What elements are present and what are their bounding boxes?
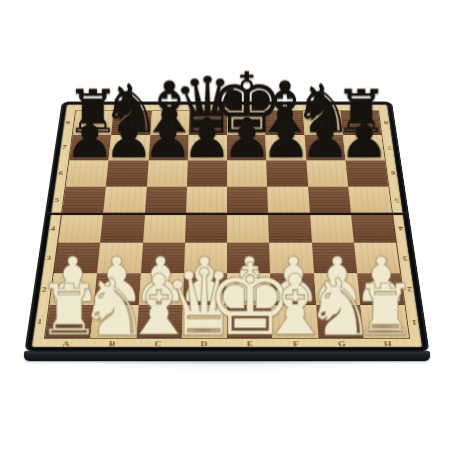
- square-h7[interactable]: ♟: [343, 135, 385, 160]
- file-label-top-h: H: [340, 104, 379, 110]
- square-a4[interactable]: [58, 214, 103, 243]
- square-b4[interactable]: [100, 214, 144, 243]
- square-g5[interactable]: [308, 187, 351, 214]
- file-label-top-a: A: [75, 104, 114, 110]
- square-c4[interactable]: [143, 214, 186, 243]
- square-h1[interactable]: ♜: [360, 305, 409, 338]
- file-label-top-d: D: [189, 104, 227, 110]
- file-label-top-e: E: [227, 104, 265, 110]
- square-f5[interactable]: [267, 187, 309, 214]
- square-f4[interactable]: [268, 214, 311, 243]
- square-d6[interactable]: [187, 160, 227, 186]
- square-e6[interactable]: [227, 160, 267, 186]
- square-h4[interactable]: [351, 214, 396, 243]
- square-c5[interactable]: [145, 187, 187, 214]
- square-a5[interactable]: [62, 187, 106, 214]
- board-scene: ♜♞♝♛♚♝♞♜♟♟♟♟♟♟♟♟♟♟♟♟♟♟♟♟♜♞♝♛♚♝♞♜ AA88BB7…: [45, 32, 409, 396]
- file-label-top-f: F: [265, 104, 303, 110]
- square-b5[interactable]: [103, 187, 146, 214]
- square-d7[interactable]: ♟: [188, 135, 227, 160]
- file-label-top-c: C: [151, 104, 189, 110]
- product-photo: ♜♞♝♛♚♝♞♜♟♟♟♟♟♟♟♟♟♟♟♟♟♟♟♟♜♞♝♛♚♝♞♜ AA88BB7…: [0, 0, 450, 450]
- square-h5[interactable]: [348, 187, 392, 214]
- square-e5[interactable]: [227, 187, 268, 214]
- square-d5[interactable]: [186, 187, 227, 214]
- chess-board: ♜♞♝♛♚♝♞♜♟♟♟♟♟♟♟♟♟♟♟♟♟♟♟♟♜♞♝♛♚♝♞♜ AA88BB7…: [24, 101, 430, 352]
- board-squares-grid: ♜♞♝♛♚♝♞♜♟♟♟♟♟♟♟♟♟♟♟♟♟♟♟♟♜♞♝♛♚♝♞♜: [44, 110, 410, 338]
- square-h6[interactable]: [345, 160, 388, 186]
- square-d4[interactable]: [185, 214, 227, 243]
- square-g4[interactable]: [310, 214, 354, 243]
- square-g6[interactable]: [306, 160, 348, 186]
- square-f6[interactable]: [266, 160, 307, 186]
- square-c6[interactable]: [146, 160, 187, 186]
- file-label-top-b: B: [113, 104, 151, 110]
- square-e4[interactable]: [227, 214, 269, 243]
- square-b6[interactable]: [106, 160, 148, 186]
- square-a6[interactable]: [66, 160, 109, 186]
- file-label-top-g: G: [302, 104, 340, 110]
